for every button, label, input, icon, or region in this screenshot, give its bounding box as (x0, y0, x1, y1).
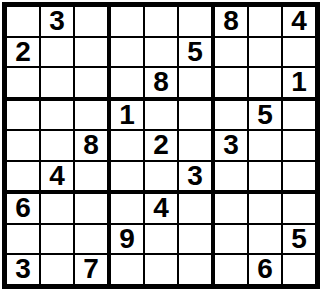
cell-r5c5[interactable]: 2 (145, 131, 179, 162)
cell-r3c7[interactable] (215, 68, 249, 101)
cell-r4c9[interactable] (283, 101, 315, 132)
cell-r3c1[interactable] (7, 68, 41, 101)
cell-r9c5[interactable] (145, 255, 179, 284)
cell-r1c6[interactable] (179, 7, 215, 38)
cell-r9c2[interactable] (41, 255, 75, 284)
cell-r1c4[interactable] (111, 7, 145, 38)
cell-r6c4[interactable] (111, 162, 145, 195)
cell-r3c6[interactable] (179, 68, 215, 101)
cell-r5c3[interactable]: 8 (75, 131, 111, 162)
cell-r3c5[interactable]: 8 (145, 68, 179, 101)
cell-r7c9[interactable] (283, 194, 315, 225)
cell-r2c2[interactable] (41, 38, 75, 69)
cell-r2c8[interactable] (249, 38, 283, 69)
cell-r3c9[interactable]: 1 (283, 68, 315, 101)
cell-r3c8[interactable] (249, 68, 283, 101)
cell-r5c1[interactable] (7, 131, 41, 162)
cell-r7c4[interactable] (111, 194, 145, 225)
cell-r8c4[interactable]: 9 (111, 225, 145, 256)
cell-r2c9[interactable] (283, 38, 315, 69)
cell-r5c2[interactable] (41, 131, 75, 162)
cell-r1c7[interactable]: 8 (215, 7, 249, 38)
cell-r6c7[interactable] (215, 162, 249, 195)
cell-r8c6[interactable] (179, 225, 215, 256)
cell-r6c3[interactable] (75, 162, 111, 195)
cell-r9c9[interactable] (283, 255, 315, 284)
cell-r1c8[interactable] (249, 7, 283, 38)
cell-r2c7[interactable] (215, 38, 249, 69)
cell-r1c1[interactable] (7, 7, 41, 38)
cell-r4c5[interactable] (145, 101, 179, 132)
cell-r9c6[interactable] (179, 255, 215, 284)
cell-r5c9[interactable] (283, 131, 315, 162)
cell-r4c7[interactable] (215, 101, 249, 132)
cell-r8c9[interactable]: 5 (283, 225, 315, 256)
cell-r6c9[interactable] (283, 162, 315, 195)
cell-r5c6[interactable] (179, 131, 215, 162)
cell-r4c1[interactable] (7, 101, 41, 132)
cell-r1c5[interactable] (145, 7, 179, 38)
cell-r5c8[interactable] (249, 131, 283, 162)
cell-r6c1[interactable] (7, 162, 41, 195)
cell-r7c7[interactable] (215, 194, 249, 225)
sudoku-board: 384258115823436495376 (2, 2, 320, 289)
cell-r9c8[interactable]: 6 (249, 255, 283, 284)
cell-r3c2[interactable] (41, 68, 75, 101)
cell-r6c8[interactable] (249, 162, 283, 195)
cell-r7c6[interactable] (179, 194, 215, 225)
cell-r7c1[interactable]: 6 (7, 194, 41, 225)
cell-r8c1[interactable] (7, 225, 41, 256)
cell-r7c8[interactable] (249, 194, 283, 225)
cell-r9c3[interactable]: 7 (75, 255, 111, 284)
cell-r9c1[interactable]: 3 (7, 255, 41, 284)
cell-r5c7[interactable]: 3 (215, 131, 249, 162)
cell-r4c6[interactable] (179, 101, 215, 132)
cell-r8c2[interactable] (41, 225, 75, 256)
cell-r2c6[interactable]: 5 (179, 38, 215, 69)
cell-r7c2[interactable] (41, 194, 75, 225)
cell-r9c4[interactable] (111, 255, 145, 284)
cell-r7c3[interactable] (75, 194, 111, 225)
cell-r8c7[interactable] (215, 225, 249, 256)
cell-r1c9[interactable]: 4 (283, 7, 315, 38)
sudoku-page: 384258115823436495376 (0, 0, 330, 294)
cell-r4c8[interactable]: 5 (249, 101, 283, 132)
cell-r8c5[interactable] (145, 225, 179, 256)
cell-r6c2[interactable]: 4 (41, 162, 75, 195)
cell-r2c4[interactable] (111, 38, 145, 69)
cell-r4c3[interactable] (75, 101, 111, 132)
cell-r9c7[interactable] (215, 255, 249, 284)
cell-r4c2[interactable] (41, 101, 75, 132)
cell-r5c4[interactable] (111, 131, 145, 162)
cell-r8c3[interactable] (75, 225, 111, 256)
cell-r4c4[interactable]: 1 (111, 101, 145, 132)
cell-r8c8[interactable] (249, 225, 283, 256)
cell-r3c3[interactable] (75, 68, 111, 101)
cell-r2c3[interactable] (75, 38, 111, 69)
cell-r2c1[interactable]: 2 (7, 38, 41, 69)
cell-r7c5[interactable]: 4 (145, 194, 179, 225)
cell-r6c6[interactable]: 3 (179, 162, 215, 195)
cell-r1c2[interactable]: 3 (41, 7, 75, 38)
cell-r3c4[interactable] (111, 68, 145, 101)
cell-r2c5[interactable] (145, 38, 179, 69)
cell-r6c5[interactable] (145, 162, 179, 195)
cell-r1c3[interactable] (75, 7, 111, 38)
